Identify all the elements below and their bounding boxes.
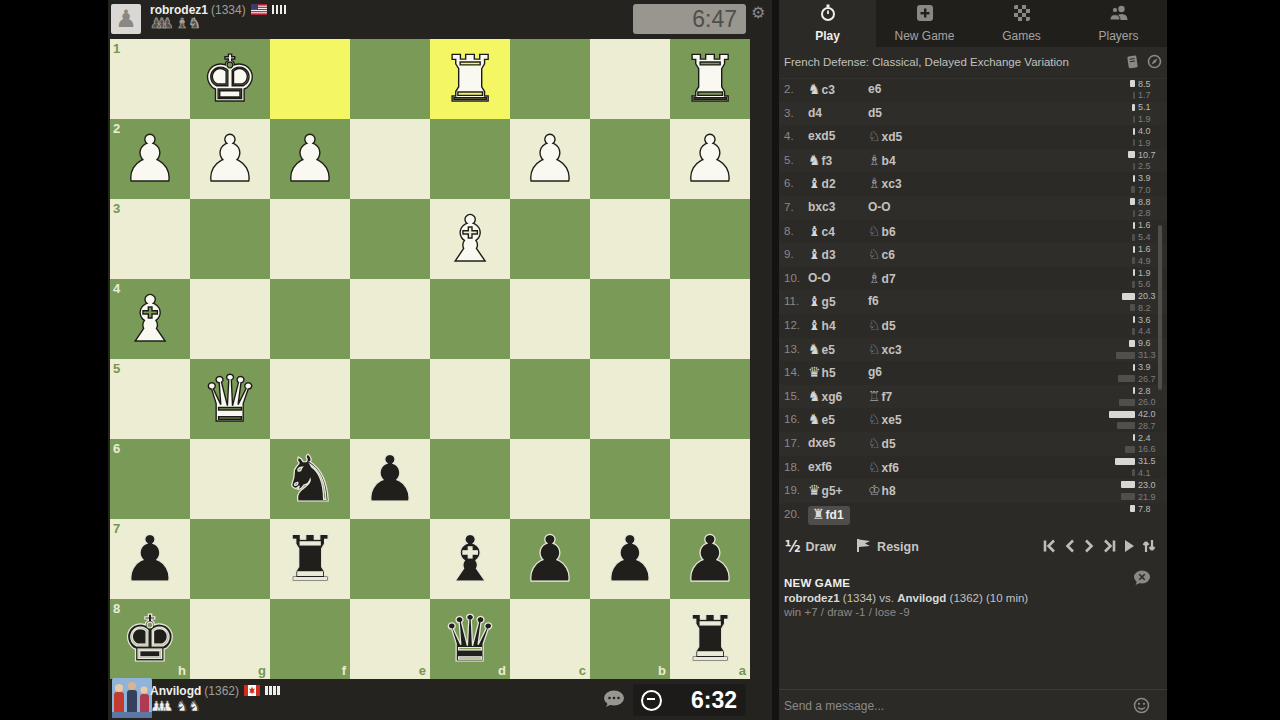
square-c3[interactable] bbox=[510, 199, 590, 279]
move-times: 3.926.7 bbox=[1067, 361, 1167, 385]
white-move[interactable]: ♜fd1 bbox=[808, 503, 850, 527]
square-a8[interactable]: a♜ bbox=[670, 599, 750, 679]
square-g3[interactable] bbox=[190, 199, 270, 279]
black-move[interactable]: ♘c6 bbox=[868, 243, 895, 267]
white-move[interactable]: ♝c4 bbox=[808, 220, 835, 244]
move-number: 19. bbox=[784, 479, 800, 503]
piece-black-queen[interactable]: ♛ bbox=[430, 599, 510, 679]
square-g4[interactable] bbox=[190, 279, 270, 359]
move-number: 5. bbox=[784, 149, 794, 173]
square-f5[interactable] bbox=[270, 359, 350, 439]
board-column: ♟ robrodez1(1334) ♟♟♟♝♞ 6:47 ⚙ 1♚♜♜2♟♟♟♟… bbox=[108, 0, 772, 720]
figurine-icon: ♛ bbox=[808, 482, 821, 498]
square-e8[interactable]: e bbox=[350, 599, 430, 679]
figurine-icon: ♝ bbox=[808, 175, 821, 191]
tab-games[interactable]: Games bbox=[973, 0, 1070, 47]
square-f3[interactable] bbox=[270, 199, 350, 279]
square-c8[interactable]: c bbox=[510, 599, 590, 679]
opening-bar: French Defense: Classical, Delayed Excha… bbox=[779, 47, 1167, 79]
file-label: c bbox=[579, 664, 586, 677]
white-move[interactable]: dxe5 bbox=[808, 432, 835, 456]
square-d3[interactable]: ♝ bbox=[430, 199, 510, 279]
move-number: 11. bbox=[784, 290, 799, 314]
figurine-icon: ♖ bbox=[868, 388, 881, 404]
move-times: 8.82.8 bbox=[1067, 196, 1167, 220]
piece-black-pawn[interactable]: ♟ bbox=[350, 439, 430, 519]
square-a5[interactable] bbox=[670, 359, 750, 439]
square-h5[interactable]: 5 bbox=[110, 359, 190, 439]
move-number: 8. bbox=[784, 220, 794, 244]
us-flag-icon bbox=[251, 4, 267, 18]
figurine-icon: ♘ bbox=[868, 411, 881, 427]
figurine-icon: ♞ bbox=[808, 152, 821, 168]
chess-board[interactable]: 1♚♜♜2♟♟♟♟♟3♝4♝5♛6♞♟7♟♜♝♟♟♟8h♚gfed♛cba♜ bbox=[110, 39, 750, 679]
square-h3[interactable]: 3 bbox=[110, 199, 190, 279]
square-h8[interactable]: 8h♚ bbox=[110, 599, 190, 679]
settings-gear-icon[interactable]: ⚙ bbox=[751, 3, 765, 22]
opponent-rating: (1334) bbox=[211, 3, 246, 17]
draw-button[interactable]: Draw bbox=[806, 540, 837, 554]
square-a7[interactable]: ♟ bbox=[670, 519, 750, 599]
move-row: 19.♛g5+♔h823.021.9 bbox=[779, 479, 1167, 503]
opening-name: French Defense: Classical, Delayed Excha… bbox=[784, 56, 1069, 68]
file-label: e bbox=[419, 664, 426, 677]
square-a1[interactable]: ♜ bbox=[670, 39, 750, 119]
piece-black-rook[interactable]: ♜ bbox=[270, 519, 350, 599]
square-g2[interactable]: ♟ bbox=[190, 119, 270, 199]
move-times: 8.51.7 bbox=[1067, 78, 1167, 102]
piece-white-bishop[interactable]: ♝ bbox=[430, 199, 510, 279]
black-move[interactable]: f6 bbox=[868, 290, 879, 314]
piece-white-pawn[interactable]: ♟ bbox=[510, 119, 590, 199]
checkerboard-icon bbox=[1013, 4, 1031, 26]
figurine-icon: ♝ bbox=[808, 293, 821, 309]
move-row: 8.♝c4♘b61.65.4 bbox=[779, 220, 1167, 244]
piece-black-pawn[interactable]: ♟ bbox=[670, 519, 750, 599]
figurine-icon: ♜ bbox=[812, 506, 825, 522]
avatar[interactable] bbox=[112, 678, 152, 718]
black-move[interactable]: ♗b4 bbox=[868, 149, 896, 173]
white-move[interactable]: d4 bbox=[808, 102, 822, 126]
move-times: 3.64.4 bbox=[1067, 314, 1167, 338]
autoplay-icon[interactable] bbox=[1122, 538, 1136, 558]
white-move[interactable]: ♝h4 bbox=[808, 314, 836, 338]
white-move[interactable]: ♞f3 bbox=[808, 149, 832, 173]
move-list-scrollbar[interactable] bbox=[1158, 225, 1162, 390]
chess-app: ♟ robrodez1(1334) ♟♟♟♝♞ 6:47 ⚙ 1♚♜♜2♟♟♟♟… bbox=[0, 0, 1280, 720]
figurine-icon: ♘ bbox=[868, 435, 881, 451]
move-times: 31.54.1 bbox=[1067, 456, 1167, 480]
figurine-icon: ♝ bbox=[808, 223, 821, 239]
figurine-icon: ♘ bbox=[868, 246, 881, 262]
square-f2[interactable]: ♟ bbox=[270, 119, 350, 199]
move-row: 12.♝h4♘d53.64.4 bbox=[779, 314, 1167, 338]
opponent-clock: 6:47 bbox=[633, 4, 746, 34]
rank-label: 3 bbox=[113, 202, 120, 215]
piece-black-pawn[interactable]: ♟ bbox=[510, 519, 590, 599]
square-e1[interactable] bbox=[350, 39, 430, 119]
tab-play[interactable]: Play bbox=[779, 0, 876, 47]
black-move[interactable]: O-O bbox=[868, 196, 891, 220]
people-icon bbox=[1109, 4, 1129, 26]
chat-muted-icon[interactable] bbox=[1133, 570, 1151, 590]
square-b8[interactable]: b bbox=[590, 599, 670, 679]
piece-white-rook[interactable]: ♜ bbox=[670, 39, 750, 119]
black-move[interactable]: ♘xd5 bbox=[868, 125, 902, 149]
figurine-icon: ♞ bbox=[808, 81, 821, 97]
white-move[interactable]: ♛h5 bbox=[808, 361, 836, 385]
piece-black-knight[interactable]: ♞ bbox=[270, 439, 350, 519]
tab-new-game[interactable]: New Game bbox=[876, 0, 973, 47]
move-row: 16.♞e5♘xe542.028.7 bbox=[779, 408, 1167, 432]
move-row: 3.d4d55.11.9 bbox=[779, 102, 1167, 126]
next-move-icon[interactable] bbox=[1082, 538, 1096, 558]
figurine-icon: ♞ bbox=[808, 411, 821, 427]
square-d6[interactable] bbox=[430, 439, 510, 519]
figurine-icon: ♘ bbox=[868, 128, 881, 144]
emoji-smiley-icon[interactable] bbox=[1133, 697, 1150, 718]
move-number: 20. bbox=[784, 503, 800, 527]
explorer-compass-icon[interactable] bbox=[1147, 54, 1162, 73]
square-d7[interactable]: ♝ bbox=[430, 519, 510, 599]
move-number: 10. bbox=[784, 267, 800, 291]
new-game-header: NEW GAME bbox=[784, 577, 850, 589]
black-move[interactable]: ♘d5 bbox=[868, 432, 896, 456]
move-number: 15. bbox=[784, 385, 800, 409]
avatar[interactable]: ♟ bbox=[111, 4, 141, 34]
stopwatch-icon bbox=[819, 4, 837, 26]
piece-black-pawn[interactable]: ♟ bbox=[590, 519, 670, 599]
white-move[interactable]: ♝d2 bbox=[808, 172, 836, 196]
figurine-icon: ♛ bbox=[808, 364, 821, 380]
figurine-icon: ♝ bbox=[808, 246, 821, 262]
square-c2[interactable]: ♟ bbox=[510, 119, 590, 199]
chat-placeholder: Send a message... bbox=[784, 699, 884, 713]
move-number: 2. bbox=[784, 78, 794, 102]
black-move[interactable]: ♗xc3 bbox=[868, 172, 902, 196]
canada-flag-icon bbox=[244, 685, 260, 699]
move-times: 3.97.0 bbox=[1067, 172, 1167, 196]
flip-board-icon[interactable] bbox=[1141, 538, 1157, 558]
white-move[interactable]: O-O bbox=[808, 267, 831, 291]
black-move[interactable]: ♘xc3 bbox=[868, 338, 902, 362]
white-move[interactable]: ♞xg6 bbox=[808, 385, 842, 409]
square-f8[interactable]: f bbox=[270, 599, 350, 679]
square-b5[interactable] bbox=[590, 359, 670, 439]
move-row: 4.exd5♘xd54.01.9 bbox=[779, 125, 1167, 149]
move-row: 2.♞c3e68.51.7 bbox=[779, 78, 1167, 102]
move-times: 1.65.4 bbox=[1067, 220, 1167, 244]
move-row: 6.♝d2♗xc33.97.0 bbox=[779, 172, 1167, 196]
square-b4[interactable] bbox=[590, 279, 670, 359]
captured-pieces-by-white: ♟♟♟♝♞ bbox=[150, 16, 201, 30]
captured-pieces-by-black: ♟♟♟♞♞ bbox=[150, 699, 201, 713]
square-a6[interactable] bbox=[670, 439, 750, 519]
piece-white-pawn[interactable]: ♟ bbox=[270, 119, 350, 199]
resign-button[interactable]: Resign bbox=[877, 540, 919, 554]
rank-label: 6 bbox=[113, 442, 120, 455]
figurine-icon: ♗ bbox=[868, 270, 881, 286]
figurine-icon: ♘ bbox=[868, 341, 881, 357]
move-row: 13.♞e5♘xc39.631.3 bbox=[779, 338, 1167, 362]
square-g8[interactable]: g bbox=[190, 599, 270, 679]
square-a2[interactable]: ♟ bbox=[670, 119, 750, 199]
black-move[interactable]: ♔h8 bbox=[868, 479, 896, 503]
square-g7[interactable] bbox=[190, 519, 270, 599]
white-move[interactable]: bxc3 bbox=[808, 196, 835, 220]
square-f6[interactable]: ♞ bbox=[270, 439, 350, 519]
square-g6[interactable] bbox=[190, 439, 270, 519]
move-times: 2.826.0 bbox=[1067, 385, 1167, 409]
piece-black-rook[interactable]: ♜ bbox=[670, 599, 750, 679]
white-move[interactable]: ♞c3 bbox=[808, 78, 835, 102]
move-times: 23.021.9 bbox=[1067, 479, 1167, 503]
connection-signal-icon bbox=[265, 684, 281, 698]
white-move[interactable]: ♝d3 bbox=[808, 243, 836, 267]
square-c1[interactable] bbox=[510, 39, 590, 119]
last-move-icon[interactable] bbox=[1101, 538, 1117, 558]
square-d2[interactable] bbox=[430, 119, 510, 199]
clock-icon bbox=[641, 690, 662, 711]
move-number: 3. bbox=[784, 102, 794, 126]
white-move[interactable]: exf6 bbox=[808, 456, 832, 480]
square-b6[interactable] bbox=[590, 439, 670, 519]
square-d8[interactable]: d♛ bbox=[430, 599, 510, 679]
black-move[interactable]: e6 bbox=[868, 78, 881, 102]
figurine-icon: ♘ bbox=[868, 223, 881, 239]
white-move[interactable]: exd5 bbox=[808, 125, 835, 149]
square-a3[interactable] bbox=[670, 199, 750, 279]
move-times: 9.631.3 bbox=[1067, 338, 1167, 362]
figurine-icon: ♗ bbox=[868, 175, 881, 191]
figurine-icon: ♔ bbox=[868, 482, 881, 498]
figurine-icon: ♞ bbox=[808, 388, 821, 404]
square-g1[interactable]: ♚ bbox=[190, 39, 270, 119]
square-f1[interactable] bbox=[270, 39, 350, 119]
connection-signal-icon bbox=[272, 3, 288, 17]
square-b2[interactable] bbox=[590, 119, 670, 199]
move-row: 10.O-O♗d71.95.6 bbox=[779, 267, 1167, 291]
white-move[interactable]: ♞e5 bbox=[808, 338, 835, 362]
square-e7[interactable] bbox=[350, 519, 430, 599]
piece-white-rook[interactable]: ♜ bbox=[430, 39, 510, 119]
figurine-icon: ♝ bbox=[808, 317, 821, 333]
move-list: 2.♞c3e68.51.73.d4d55.11.94.exd5♘xd54.01.… bbox=[779, 78, 1167, 527]
plus-square-icon bbox=[916, 4, 934, 26]
rank-label: 5 bbox=[113, 362, 120, 375]
prev-move-icon[interactable] bbox=[1063, 538, 1077, 558]
white-move[interactable]: ♞e5 bbox=[808, 408, 835, 432]
square-h4[interactable]: 4♝ bbox=[110, 279, 190, 359]
square-b1[interactable] bbox=[590, 39, 670, 119]
square-d1[interactable]: ♜ bbox=[430, 39, 510, 119]
move-times: 10.72.5 bbox=[1067, 149, 1167, 173]
opening-book-icon[interactable] bbox=[1125, 54, 1140, 73]
file-label: b bbox=[658, 664, 666, 677]
piece-black-pawn[interactable]: ♟ bbox=[110, 519, 190, 599]
move-number: 17. bbox=[784, 432, 800, 456]
first-move-icon[interactable] bbox=[1042, 538, 1058, 558]
move-row: 18.exf6♘xf631.54.1 bbox=[779, 456, 1167, 480]
move-row: 14.♛h5g63.926.7 bbox=[779, 361, 1167, 385]
black-move[interactable]: d5 bbox=[868, 102, 882, 126]
square-h7[interactable]: 7♟ bbox=[110, 519, 190, 599]
tab-bar: Play New Game Games Players bbox=[779, 0, 1167, 47]
piece-white-bishop[interactable]: ♝ bbox=[110, 279, 190, 359]
move-number: 4. bbox=[784, 125, 794, 149]
figurine-icon: ♘ bbox=[868, 459, 881, 475]
matchup-line: robrodez1 (1334) vs. Anvilogd (1362) (10… bbox=[784, 592, 1028, 604]
square-b3[interactable] bbox=[590, 199, 670, 279]
move-times: 42.028.7 bbox=[1067, 408, 1167, 432]
square-e6[interactable]: ♟ bbox=[350, 439, 430, 519]
chat-bubble-icon[interactable] bbox=[603, 690, 625, 712]
move-number: 7. bbox=[784, 196, 794, 220]
square-e3[interactable] bbox=[350, 199, 430, 279]
chat-area: NEW GAME robrodez1 (1334) vs. Anvilogd (… bbox=[779, 568, 1167, 689]
square-c7[interactable]: ♟ bbox=[510, 519, 590, 599]
square-c6[interactable] bbox=[510, 439, 590, 519]
square-f4[interactable] bbox=[270, 279, 350, 359]
move-row: 11.♝g5f620.38.2 bbox=[779, 290, 1167, 314]
square-d4[interactable] bbox=[430, 279, 510, 359]
piece-white-pawn[interactable]: ♟ bbox=[190, 119, 270, 199]
rating-odds: win +7 / draw -1 / lose -9 bbox=[784, 606, 910, 618]
move-number: 6. bbox=[784, 172, 794, 196]
square-h2[interactable]: 2♟ bbox=[110, 119, 190, 199]
square-f7[interactable]: ♜ bbox=[270, 519, 350, 599]
piece-white-king[interactable]: ♚ bbox=[190, 39, 270, 119]
square-e2[interactable] bbox=[350, 119, 430, 199]
move-number: 14. bbox=[784, 361, 800, 385]
move-times: 1.64.9 bbox=[1067, 243, 1167, 267]
piece-white-pawn[interactable]: ♟ bbox=[110, 119, 190, 199]
square-h6[interactable]: 6 bbox=[110, 439, 190, 519]
move-row: 7.bxc3O-O8.82.8 bbox=[779, 196, 1167, 220]
square-e5[interactable] bbox=[350, 359, 430, 439]
figurine-icon: ♗ bbox=[868, 152, 881, 168]
square-h1[interactable]: 1 bbox=[110, 39, 190, 119]
black-move[interactable]: ♗d7 bbox=[868, 267, 896, 291]
resign-flag-icon bbox=[855, 537, 872, 557]
game-controls: ½ Draw Resign bbox=[779, 530, 1167, 564]
move-number: 12. bbox=[784, 314, 800, 338]
square-b7[interactable]: ♟ bbox=[590, 519, 670, 599]
file-label: f bbox=[342, 664, 346, 677]
player-bar: Anvilogd(1362) ♟♟♟♞♞ 6:32 bbox=[108, 679, 772, 720]
move-number: 9. bbox=[784, 243, 794, 267]
half-point-icon: ½ bbox=[785, 538, 801, 556]
black-move[interactable]: ♘xf6 bbox=[868, 456, 899, 480]
move-row: 5.♞f3♗b410.72.5 bbox=[779, 149, 1167, 173]
move-times: 20.38.2 bbox=[1067, 290, 1167, 314]
file-label: g bbox=[258, 664, 266, 677]
player-clock-active: 6:32 bbox=[633, 684, 746, 716]
move-row: 15.♞xg6♖f72.826.0 bbox=[779, 385, 1167, 409]
black-move[interactable]: ♖f7 bbox=[868, 385, 892, 409]
tab-players[interactable]: Players bbox=[1070, 0, 1167, 47]
square-e4[interactable] bbox=[350, 279, 430, 359]
black-move[interactable]: g6 bbox=[868, 361, 882, 385]
square-c5[interactable] bbox=[510, 359, 590, 439]
piece-white-queen[interactable]: ♛ bbox=[190, 359, 270, 439]
move-row: 9.♝d3♘c61.64.9 bbox=[779, 243, 1167, 267]
square-c4[interactable] bbox=[510, 279, 590, 359]
player-rating: (1362) bbox=[204, 684, 239, 698]
figurine-icon: ♞ bbox=[808, 341, 821, 357]
chat-input[interactable]: Send a message... bbox=[779, 689, 1167, 720]
move-number: 18. bbox=[784, 456, 800, 480]
black-move[interactable]: ♘b6 bbox=[868, 220, 896, 244]
white-move[interactable]: ♛g5+ bbox=[808, 479, 843, 503]
move-row: 17.dxe5♘d52.416.6 bbox=[779, 432, 1167, 456]
move-times: 5.11.9 bbox=[1067, 102, 1167, 126]
piece-white-pawn[interactable]: ♟ bbox=[670, 119, 750, 199]
figurine-icon: ♘ bbox=[868, 317, 881, 333]
player-name[interactable]: Anvilogd bbox=[150, 684, 201, 698]
move-times: 2.416.6 bbox=[1067, 432, 1167, 456]
square-g5[interactable]: ♛ bbox=[190, 359, 270, 439]
rank-label: 1 bbox=[113, 42, 120, 55]
side-panel: Play New Game Games Players French Defen… bbox=[779, 0, 1167, 720]
black-move[interactable]: ♘xe5 bbox=[868, 408, 902, 432]
move-times: 7.8 bbox=[1067, 503, 1167, 527]
piece-black-bishop[interactable]: ♝ bbox=[430, 519, 510, 599]
piece-black-king[interactable]: ♚ bbox=[110, 599, 190, 679]
square-a4[interactable] bbox=[670, 279, 750, 359]
square-d5[interactable] bbox=[430, 359, 510, 439]
white-move[interactable]: ♝g5 bbox=[808, 290, 836, 314]
move-number: 16. bbox=[784, 408, 800, 432]
move-times: 4.01.9 bbox=[1067, 125, 1167, 149]
move-row: 20.♜fd17.8 bbox=[779, 503, 1167, 527]
black-move[interactable]: ♘d5 bbox=[868, 314, 896, 338]
pawn-avatar-icon: ♟ bbox=[115, 7, 137, 31]
move-times: 1.95.6 bbox=[1067, 267, 1167, 291]
move-number: 13. bbox=[784, 338, 800, 362]
opponent-bar: ♟ robrodez1(1334) ♟♟♟♝♞ 6:47 ⚙ bbox=[108, 0, 772, 39]
